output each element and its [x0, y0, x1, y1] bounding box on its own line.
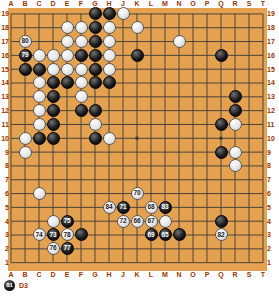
white-stone-b9 — [19, 146, 32, 159]
coord-row-15: 15 — [0, 62, 9, 76]
white-stone-d16 — [47, 49, 60, 62]
black-stone-q16 — [215, 49, 228, 62]
move-annotation: 81 D3 — [4, 279, 28, 291]
black-stone-r12 — [229, 104, 242, 117]
coord-row-18: 18 — [267, 21, 279, 35]
coord-row-13: 13 — [267, 90, 279, 104]
coord-row-1: 1 — [267, 256, 279, 270]
white-stone-d4 — [47, 215, 60, 228]
white-stone-r11 — [229, 118, 242, 131]
black-stone-d14 — [47, 76, 60, 89]
coord-row-5: 5 — [0, 200, 9, 214]
black-stone-g19 — [89, 7, 102, 20]
coord-col-h: H — [102, 0, 116, 9]
black-stone-m5: 83 — [159, 201, 172, 214]
white-stone-c11 — [33, 118, 46, 131]
coord-col-c: C — [32, 271, 46, 280]
coord-col-l: L — [144, 0, 158, 9]
white-stone-h18 — [103, 21, 116, 34]
coord-col-f: F — [74, 271, 88, 280]
coord-col-q: Q — [214, 271, 228, 280]
coord-row-12: 12 — [0, 104, 9, 118]
white-stone-j19 — [117, 7, 130, 20]
coord-row-11: 11 — [0, 118, 9, 132]
coord-row-10: 10 — [267, 131, 279, 145]
white-stone-k4: 66 — [131, 215, 144, 228]
black-stone-g10 — [89, 132, 102, 145]
white-stone-b17: 80 — [19, 35, 32, 48]
coord-col-f: F — [74, 0, 88, 9]
coord-col-m: M — [158, 271, 172, 280]
coord-row-6: 6 — [267, 187, 279, 201]
coord-row-4: 4 — [0, 214, 9, 228]
white-stone-k18 — [131, 21, 144, 34]
coord-col-n: N — [172, 271, 186, 280]
coord-col-t: T — [256, 271, 270, 280]
white-stone-f13 — [75, 90, 88, 103]
coord-row-9: 9 — [267, 145, 279, 159]
white-stone-c13 — [33, 90, 46, 103]
white-stone-c6 — [33, 187, 46, 200]
coord-row-7: 7 — [267, 173, 279, 187]
coord-row-10: 10 — [0, 131, 9, 145]
white-stone-m4 — [159, 215, 172, 228]
white-stone-j4: 72 — [117, 215, 130, 228]
coord-row-2: 2 — [0, 242, 9, 256]
black-stone-e4: 75 — [61, 215, 74, 228]
coord-col-l: L — [144, 271, 158, 280]
coord-col-q: Q — [214, 0, 228, 9]
black-stone-g17 — [89, 35, 102, 48]
black-stone-g12 — [89, 104, 102, 117]
white-stone-e15 — [61, 63, 74, 76]
coord-row-17: 17 — [267, 35, 279, 49]
black-stone-q4 — [215, 215, 228, 228]
black-stone-n3 — [173, 228, 186, 241]
coord-row-15: 15 — [267, 62, 279, 76]
black-stone-e2: 77 — [61, 242, 74, 255]
black-stone-g18 — [89, 21, 102, 34]
white-stone-r9 — [229, 146, 242, 159]
coord-col-d: D — [46, 0, 60, 9]
black-stone-h19 — [103, 7, 116, 20]
stone-layer: 80797084716883757266677473786965827677 — [4, 7, 270, 270]
black-stone-k16 — [131, 49, 144, 62]
white-stone-g11 — [89, 118, 102, 131]
white-stone-h16 — [103, 49, 116, 62]
coord-col-n: N — [172, 0, 186, 9]
white-stone-f18 — [75, 21, 88, 34]
coord-row-3: 3 — [0, 228, 9, 242]
coord-col-p: P — [200, 271, 214, 280]
white-stone-b10 — [19, 132, 32, 145]
coord-row-9: 9 — [0, 145, 9, 159]
coord-col-g: G — [88, 0, 102, 9]
black-stone-l3: 69 — [145, 228, 158, 241]
go-board: 80797084716883757266677473786965827677 — [8, 8, 267, 271]
coord-col-k: K — [130, 271, 144, 280]
white-stone-h10 — [103, 132, 116, 145]
coord-col-m: M — [158, 0, 172, 9]
coord-col-p: P — [200, 0, 214, 9]
white-stone-h17 — [103, 35, 116, 48]
coord-row-5: 5 — [267, 200, 279, 214]
coord-row-8: 8 — [0, 159, 9, 173]
coord-col-h: H — [102, 271, 116, 280]
coord-row-3: 3 — [267, 228, 279, 242]
white-stone-r8 — [229, 159, 242, 172]
black-stone-b16: 79 — [19, 49, 32, 62]
black-stone-q11 — [215, 118, 228, 131]
white-stone-c12 — [33, 104, 46, 117]
coord-row-16: 16 — [0, 48, 9, 62]
coord-row-7: 7 — [0, 173, 9, 187]
coord-col-r: R — [228, 0, 242, 9]
coord-row-11: 11 — [267, 118, 279, 132]
black-stone-e14 — [61, 76, 74, 89]
coord-row-4: 4 — [267, 214, 279, 228]
coord-row-16: 16 — [267, 48, 279, 62]
white-stone-f15 — [75, 63, 88, 76]
coord-col-j: J — [116, 271, 130, 280]
black-stone-c15 — [33, 63, 46, 76]
white-stone-d2: 76 — [47, 242, 60, 255]
white-stone-e3: 78 — [61, 228, 74, 241]
black-stone-q9 — [215, 146, 228, 159]
coord-col-s: S — [242, 0, 256, 9]
white-stone-k6: 70 — [131, 187, 144, 200]
black-stone-d11 — [47, 118, 60, 131]
coord-col-d: D — [46, 271, 60, 280]
coord-col-o: O — [186, 271, 200, 280]
coord-row-14: 14 — [0, 76, 9, 90]
black-stone-r13 — [229, 90, 242, 103]
white-stone-q3: 82 — [215, 228, 228, 241]
black-stone-f3 — [75, 228, 88, 241]
coord-row-19: 19 — [0, 7, 9, 21]
white-stone-c3: 74 — [33, 228, 46, 241]
coord-row-8: 8 — [267, 159, 279, 173]
white-stone-h5: 84 — [103, 201, 116, 214]
white-stone-e17 — [61, 35, 74, 48]
annotation-stone-icon: 81 — [4, 280, 15, 291]
coord-col-e: E — [60, 0, 74, 9]
white-stone-c16 — [33, 49, 46, 62]
coord-col-e: E — [60, 271, 74, 280]
black-stone-d3: 73 — [47, 228, 60, 241]
black-stone-m3: 65 — [159, 228, 172, 241]
white-stone-l4: 67 — [145, 215, 158, 228]
white-stone-f14 — [75, 76, 88, 89]
annotation-point-label: D3 — [19, 282, 28, 289]
coord-row-17: 17 — [0, 35, 9, 49]
coord-col-o: O — [186, 0, 200, 9]
white-stone-d15 — [47, 63, 60, 76]
white-stone-l5: 68 — [145, 201, 158, 214]
coord-row-1: 1 — [0, 256, 9, 270]
black-stone-g16 — [89, 49, 102, 62]
black-stone-c10 — [33, 132, 46, 145]
white-stone-f17 — [75, 35, 88, 48]
coord-col-g: G — [88, 271, 102, 280]
coord-row-12: 12 — [267, 104, 279, 118]
white-stone-e16 — [61, 49, 74, 62]
coord-col-c: C — [32, 0, 46, 9]
black-stone-f12 — [75, 104, 88, 117]
coord-row-6: 6 — [0, 187, 9, 201]
coord-col-b: B — [18, 0, 32, 9]
coord-row-19: 19 — [267, 7, 279, 21]
black-stone-g15 — [89, 63, 102, 76]
coord-col-s: S — [242, 271, 256, 280]
coord-col-r: R — [228, 271, 242, 280]
coord-col-j: J — [116, 0, 130, 9]
coord-row-13: 13 — [0, 90, 9, 104]
coord-row-2: 2 — [267, 242, 279, 256]
coord-row-18: 18 — [0, 21, 9, 35]
white-stone-n17 — [173, 35, 186, 48]
black-stone-g14 — [89, 76, 102, 89]
black-stone-j5: 71 — [117, 201, 130, 214]
column-labels-top: ABCDEFGHJKLMNOPQRST — [4, 0, 270, 9]
black-stone-b15 — [19, 63, 32, 76]
black-stone-d12 — [47, 104, 60, 117]
black-stone-h14 — [103, 76, 116, 89]
coord-col-k: K — [130, 0, 144, 9]
row-labels-right: 19181716151413121110987654321 — [267, 7, 279, 270]
black-stone-d10 — [47, 132, 60, 145]
black-stone-d13 — [47, 90, 60, 103]
coord-row-14: 14 — [267, 76, 279, 90]
white-stone-c14 — [33, 76, 46, 89]
column-labels-bottom: ABCDEFGHJKLMNOPQRST — [4, 271, 270, 280]
white-stone-h15 — [103, 63, 116, 76]
white-stone-e18 — [61, 21, 74, 34]
black-stone-f16 — [75, 49, 88, 62]
row-labels-left: 19181716151413121110987654321 — [0, 7, 9, 270]
